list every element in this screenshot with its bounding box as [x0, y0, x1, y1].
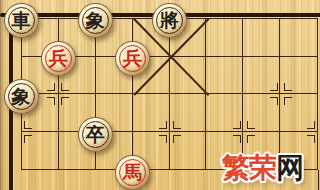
- river-edge-line: [318, 170, 320, 190]
- piece-glyph: 卒: [79, 118, 112, 151]
- piece-red-horse[interactable]: 馬: [115, 155, 150, 190]
- piece-glyph: 將: [153, 4, 186, 37]
- piece-black-soldier[interactable]: 卒: [78, 117, 113, 152]
- xiangqi-board[interactable]: 車象將兵兵象卒馬 繁荣网: [0, 0, 320, 190]
- board-cell: [206, 19, 243, 57]
- point-marker: [159, 121, 181, 143]
- point-marker: [10, 121, 32, 143]
- piece-glyph: 兵: [116, 42, 149, 75]
- board-cell: [243, 19, 280, 57]
- watermark-text-red: 繁荣: [222, 152, 276, 183]
- point-marker: [233, 121, 255, 143]
- piece-black-general[interactable]: 將: [152, 3, 187, 38]
- piece-red-soldier[interactable]: 兵: [41, 41, 76, 76]
- piece-black-elephant[interactable]: 象: [4, 79, 39, 114]
- point-marker: [307, 121, 320, 143]
- piece-black-elephant[interactable]: 象: [78, 3, 113, 38]
- piece-glyph: 象: [5, 80, 38, 113]
- piece-glyph: 車: [5, 4, 38, 37]
- point-marker: [270, 83, 292, 105]
- point-marker: [47, 83, 69, 105]
- piece-glyph: 馬: [116, 156, 149, 189]
- watermark-text-dark: 网: [276, 152, 303, 183]
- piece-glyph: 兵: [42, 42, 75, 75]
- piece-red-soldier[interactable]: 兵: [115, 41, 150, 76]
- piece-black-chariot[interactable]: 車: [4, 3, 39, 38]
- site-watermark: 繁荣网: [222, 149, 303, 187]
- board-cell: [280, 19, 317, 57]
- board-cell: [206, 57, 243, 95]
- piece-glyph: 象: [79, 4, 112, 37]
